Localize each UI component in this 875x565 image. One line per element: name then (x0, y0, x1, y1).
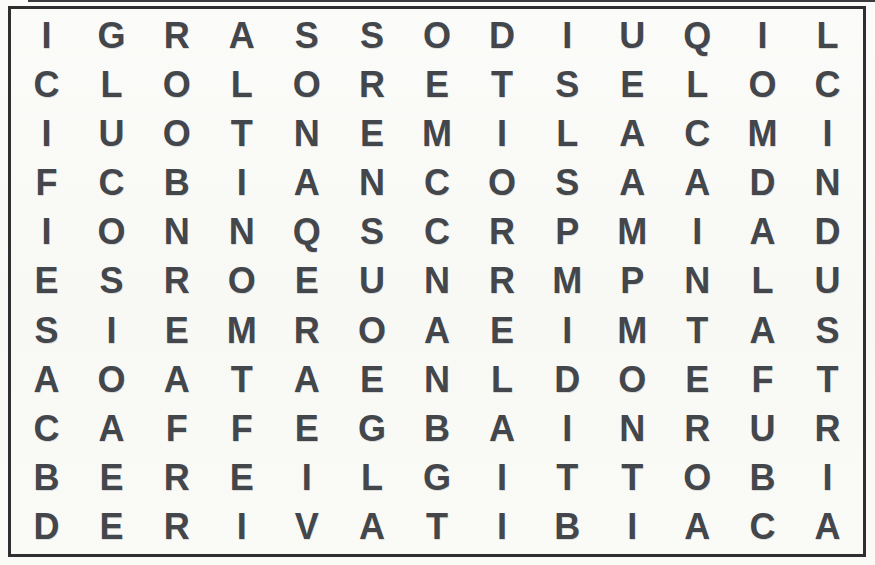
grid-cell[interactable]: A (144, 355, 209, 404)
grid-cell[interactable]: N (404, 257, 469, 306)
grid-cell[interactable]: S (535, 60, 600, 109)
grid-cell[interactable]: T (535, 454, 600, 503)
grid-cell[interactable]: C (404, 208, 469, 257)
grid-cell[interactable]: O (730, 60, 795, 109)
puzzle-border-frame: IGRASSODIUQILCLOLORETSELOCIUOTNEMILACMIF… (8, 6, 866, 557)
grid-cell[interactable]: P (600, 257, 665, 306)
grid-cell[interactable]: A (795, 503, 860, 552)
grid-cell[interactable]: I (14, 109, 79, 158)
grid-cell[interactable]: I (535, 404, 600, 453)
grid-cell[interactable]: A (14, 355, 79, 404)
grid-cell[interactable]: F (209, 404, 274, 453)
grid-cell[interactable]: N (600, 404, 665, 453)
grid-cell[interactable]: A (209, 11, 274, 60)
grid-cell[interactable]: T (470, 60, 535, 109)
grid-cell[interactable]: U (600, 11, 665, 60)
grid-cell[interactable]: R (144, 257, 209, 306)
grid-cell[interactable]: E (209, 454, 274, 503)
grid-cell[interactable]: C (730, 503, 795, 552)
grid-cell[interactable]: N (404, 355, 469, 404)
grid-cell[interactable]: R (144, 503, 209, 552)
grid-cell[interactable]: V (274, 503, 339, 552)
grid-cell[interactable]: A (665, 503, 730, 552)
grid-cell[interactable]: R (274, 306, 339, 355)
grid-cell[interactable]: E (79, 454, 144, 503)
grid-cell[interactable]: O (339, 306, 404, 355)
grid-cell[interactable]: O (144, 109, 209, 158)
grid-cell[interactable]: C (14, 404, 79, 453)
grid-cell[interactable]: U (795, 257, 860, 306)
grid-cell[interactable]: D (14, 503, 79, 552)
grid-cell[interactable]: D (795, 208, 860, 257)
grid-cell[interactable]: O (79, 208, 144, 257)
grid-cell[interactable]: U (79, 109, 144, 158)
grid-cell[interactable]: Q (274, 208, 339, 257)
grid-cell[interactable]: F (144, 404, 209, 453)
grid-cell[interactable]: D (470, 11, 535, 60)
grid-cell[interactable]: M (600, 306, 665, 355)
grid-cell[interactable]: L (79, 60, 144, 109)
grid-cell[interactable]: C (795, 60, 860, 109)
grid-cell[interactable]: I (274, 454, 339, 503)
grid-cell[interactable]: R (339, 60, 404, 109)
grid-cell[interactable]: C (14, 60, 79, 109)
grid-cell[interactable]: T (665, 306, 730, 355)
grid-cell[interactable]: R (144, 454, 209, 503)
grid-cell[interactable]: I (14, 11, 79, 60)
grid-cell[interactable]: I (209, 159, 274, 208)
grid-cell[interactable]: L (665, 60, 730, 109)
grid-cell[interactable]: R (144, 11, 209, 60)
grid-cell[interactable]: L (470, 355, 535, 404)
grid-cell[interactable]: M (209, 306, 274, 355)
grid-cell[interactable]: S (14, 306, 79, 355)
grid-cell[interactable]: S (795, 306, 860, 355)
grid-cell[interactable]: A (600, 109, 665, 158)
grid-cell[interactable]: O (274, 60, 339, 109)
grid-cell[interactable]: E (274, 404, 339, 453)
grid-cell[interactable]: L (209, 60, 274, 109)
grid-cell[interactable]: B (535, 503, 600, 552)
grid-cell[interactable]: G (339, 404, 404, 453)
grid-cell[interactable]: S (79, 257, 144, 306)
grid-cell[interactable]: A (470, 404, 535, 453)
grid-cell[interactable]: T (209, 109, 274, 158)
grid-cell[interactable]: E (144, 306, 209, 355)
grid-cell[interactable]: R (470, 208, 535, 257)
grid-cell[interactable]: C (79, 159, 144, 208)
grid-cell[interactable]: C (665, 109, 730, 158)
scan-artifact-line (28, 0, 875, 2)
grid-cell[interactable]: M (730, 109, 795, 158)
grid-cell[interactable]: Q (665, 11, 730, 60)
grid-cell[interactable]: S (274, 11, 339, 60)
grid-cell[interactable]: A (730, 208, 795, 257)
grid-cell[interactable]: I (14, 208, 79, 257)
grid-cell[interactable]: I (535, 306, 600, 355)
grid-cell[interactable]: I (470, 109, 535, 158)
grid-cell[interactable]: M (535, 257, 600, 306)
grid-cell[interactable]: N (209, 208, 274, 257)
grid-cell[interactable]: T (404, 503, 469, 552)
grid-cell[interactable]: A (79, 404, 144, 453)
grid-cell[interactable]: O (600, 355, 665, 404)
grid-cell[interactable]: O (144, 60, 209, 109)
grid-cell[interactable]: I (535, 11, 600, 60)
grid-cell[interactable]: I (600, 503, 665, 552)
grid-cell[interactable]: N (795, 159, 860, 208)
grid-cell[interactable]: I (470, 503, 535, 552)
grid-cell[interactable]: D (730, 159, 795, 208)
grid-cell[interactable]: F (14, 159, 79, 208)
grid-cell[interactable]: I (795, 109, 860, 158)
grid-cell[interactable]: T (795, 355, 860, 404)
grid-cell[interactable]: G (79, 11, 144, 60)
grid-cell[interactable]: L (339, 454, 404, 503)
grid-cell[interactable]: O (665, 454, 730, 503)
grid-cell[interactable]: I (730, 11, 795, 60)
grid-cell[interactable]: E (14, 257, 79, 306)
grid-cell[interactable]: F (730, 355, 795, 404)
grid-cell[interactable]: E (665, 355, 730, 404)
grid-cell[interactable]: R (470, 257, 535, 306)
grid-cell[interactable]: A (730, 306, 795, 355)
letter-grid: IGRASSODIUQILCLOLORETSELOCIUOTNEMILACMIF… (14, 11, 860, 552)
grid-cell[interactable]: S (339, 208, 404, 257)
grid-cell[interactable]: T (600, 454, 665, 503)
grid-cell[interactable]: U (339, 257, 404, 306)
grid-cell[interactable]: B (730, 454, 795, 503)
grid-cell[interactable]: L (730, 257, 795, 306)
grid-cell[interactable]: B (404, 404, 469, 453)
grid-cell[interactable]: C (404, 159, 469, 208)
grid-cell[interactable]: N (665, 257, 730, 306)
grid-cell[interactable]: I (665, 208, 730, 257)
grid-cell[interactable]: M (404, 109, 469, 158)
grid-cell[interactable]: G (404, 454, 469, 503)
grid-cell[interactable]: U (730, 404, 795, 453)
grid-cell[interactable]: E (274, 257, 339, 306)
grid-cell[interactable]: N (274, 109, 339, 158)
grid-cell[interactable]: D (535, 355, 600, 404)
grid-cell[interactable]: O (470, 159, 535, 208)
grid-cell[interactable]: O (79, 355, 144, 404)
word-search-page: { "game": "word-search", "language": "It… (0, 0, 875, 565)
grid-cell[interactable]: A (339, 503, 404, 552)
grid-cell[interactable]: E (339, 355, 404, 404)
grid-cell[interactable]: B (144, 159, 209, 208)
grid-cell[interactable]: A (274, 355, 339, 404)
grid-cell[interactable]: E (79, 503, 144, 552)
grid-cell[interactable]: O (209, 257, 274, 306)
grid-cell[interactable]: T (209, 355, 274, 404)
grid-cell[interactable]: N (144, 208, 209, 257)
grid-cell[interactable]: E (470, 306, 535, 355)
grid-cell[interactable]: E (339, 109, 404, 158)
grid-cell[interactable]: S (339, 11, 404, 60)
grid-cell[interactable]: L (795, 11, 860, 60)
grid-cell[interactable]: N (339, 159, 404, 208)
grid-cell[interactable]: E (600, 60, 665, 109)
grid-cell[interactable]: A (274, 159, 339, 208)
grid-cell[interactable]: A (665, 159, 730, 208)
grid-cell[interactable]: R (795, 404, 860, 453)
grid-cell[interactable]: O (404, 11, 469, 60)
grid-cell[interactable]: S (535, 159, 600, 208)
grid-cell[interactable]: I (470, 454, 535, 503)
grid-cell[interactable]: L (535, 109, 600, 158)
grid-cell[interactable]: R (665, 404, 730, 453)
grid-cell[interactable]: I (209, 503, 274, 552)
grid-cell[interactable]: M (600, 208, 665, 257)
grid-cell[interactable]: I (795, 454, 860, 503)
grid-cell[interactable]: P (535, 208, 600, 257)
grid-cell[interactable]: E (404, 60, 469, 109)
grid-cell[interactable]: I (79, 306, 144, 355)
grid-cell[interactable]: A (404, 306, 469, 355)
grid-cell[interactable]: A (600, 159, 665, 208)
grid-cell[interactable]: B (14, 454, 79, 503)
